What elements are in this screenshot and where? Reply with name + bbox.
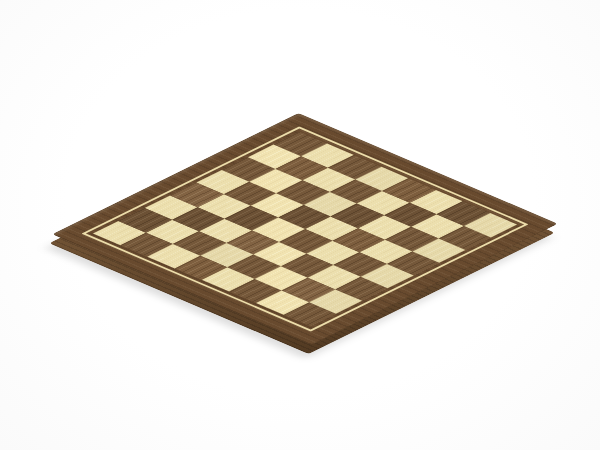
photo-background — [0, 0, 600, 450]
playing-area — [93, 132, 517, 327]
chess-board — [52, 113, 558, 345]
chess-board-assembly — [126, 50, 484, 408]
